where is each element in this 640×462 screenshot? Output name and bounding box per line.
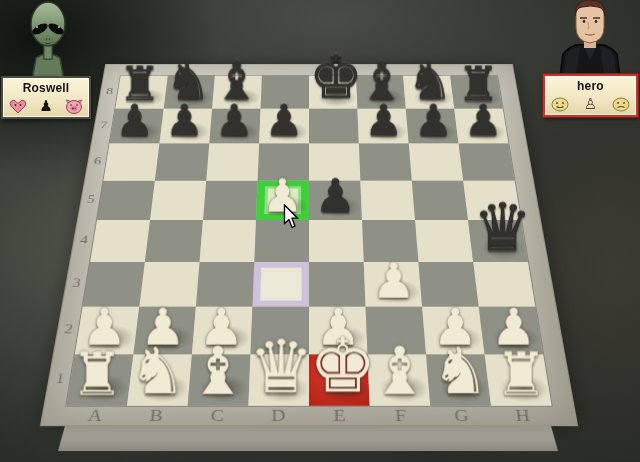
mouse-cursor (283, 204, 300, 229)
game-background: ♜♞♝♚♝♞♜♟♟♟♟♟♟♟♟♟♛♟♟♟♟♟♟♟♜♞♝♛♚♝♞♜ 8765432… (0, 0, 640, 462)
square-d3[interactable] (252, 262, 309, 307)
rank-label-4: 4 (73, 233, 95, 246)
square-f6[interactable] (359, 144, 412, 181)
rank-label-5: 5 (81, 193, 102, 206)
black-queen[interactable]: ♛ (473, 194, 528, 260)
black-pawn-side-icon: ♟ (39, 99, 52, 114)
square-f1[interactable]: ♝ (368, 355, 431, 406)
black-pawn[interactable]: ♟ (409, 99, 459, 142)
square-a5[interactable] (97, 181, 155, 220)
white-pawn-side-icon: ♙ (584, 97, 597, 112)
file-label-H: H (491, 406, 555, 426)
square-f5[interactable] (360, 181, 415, 220)
player-panel-white: hero ♙ (543, 74, 638, 117)
file-label-C: C (186, 406, 248, 426)
white-bishop[interactable]: ♝ (370, 338, 431, 404)
square-e5[interactable]: ♟ (309, 181, 362, 220)
white-rook[interactable]: ♜ (491, 344, 552, 403)
square-a1[interactable]: ♜ (66, 355, 133, 406)
black-pawn[interactable]: ♟ (458, 99, 508, 142)
white-pawn[interactable]: ♟ (365, 256, 421, 305)
file-label-A: A (63, 406, 127, 426)
square-c7[interactable]: ♟ (209, 109, 260, 144)
square-e4[interactable] (309, 220, 364, 262)
square-d7[interactable]: ♟ (259, 109, 309, 144)
black-pawn[interactable]: ♟ (110, 99, 160, 142)
white-knight[interactable]: ♞ (430, 340, 491, 404)
square-g7[interactable]: ♟ (406, 109, 459, 144)
square-c6[interactable] (206, 144, 259, 181)
square-b6[interactable] (155, 144, 209, 181)
square-h7[interactable]: ♟ (454, 109, 508, 144)
black-pawn[interactable]: ♟ (359, 99, 409, 142)
square-a4[interactable] (90, 220, 150, 262)
square-a6[interactable] (103, 144, 159, 181)
square-h4[interactable]: ♛ (468, 220, 528, 262)
player-name-white: hero (545, 79, 636, 93)
square-c1[interactable]: ♝ (188, 355, 251, 406)
chess-board: ♜♞♝♚♝♞♜♟♟♟♟♟♟♟♟♟♛♟♟♟♟♟♟♟♜♞♝♛♚♝♞♜ (66, 76, 551, 406)
square-c5[interactable] (203, 181, 258, 220)
square-b1[interactable]: ♞ (127, 355, 192, 406)
file-label-B: B (125, 406, 188, 426)
file-label-D: D (248, 406, 309, 426)
heart-face-icon (9, 99, 27, 114)
square-d4[interactable] (254, 220, 309, 262)
white-knight[interactable]: ♞ (127, 340, 188, 404)
square-d1[interactable]: ♛ (248, 355, 309, 406)
black-king[interactable]: ♚ (309, 47, 357, 107)
hero-avatar (550, 0, 630, 76)
square-f3[interactable]: ♟ (364, 262, 422, 307)
square-e8[interactable]: ♚ (309, 76, 357, 109)
black-pawn[interactable]: ♟ (209, 99, 259, 142)
frown-face-icon (612, 97, 630, 112)
player-panel-black: Roswell ♟ (1, 76, 91, 119)
white-bishop[interactable]: ♝ (188, 338, 249, 404)
white-queen[interactable]: ♛ (248, 331, 309, 404)
smiley-face-icon (551, 97, 569, 112)
rank-label-3: 3 (65, 276, 87, 290)
square-h6[interactable] (459, 144, 515, 181)
white-king[interactable]: ♚ (309, 328, 370, 403)
square-g1[interactable]: ♞ (426, 355, 491, 406)
rank-label-6: 6 (87, 155, 107, 167)
square-b5[interactable] (150, 181, 206, 220)
square-f7[interactable]: ♟ (357, 109, 408, 144)
white-rook[interactable]: ♜ (67, 344, 128, 403)
square-c4[interactable] (200, 220, 256, 262)
square-b4[interactable] (145, 220, 203, 262)
square-g6[interactable] (409, 144, 463, 181)
square-g5[interactable] (412, 181, 468, 220)
square-e1[interactable]: ♚ (309, 355, 370, 406)
square-g4[interactable] (415, 220, 473, 262)
board-frame: ♜♞♝♚♝♞♜♟♟♟♟♟♟♟♟♟♛♟♟♟♟♟♟♟♜♞♝♛♚♝♞♜ 8765432… (40, 64, 578, 426)
square-e7[interactable] (309, 109, 359, 144)
black-pawn[interactable]: ♟ (160, 99, 210, 142)
square-b7[interactable]: ♟ (159, 109, 212, 144)
player-name-black: Roswell (3, 81, 89, 95)
square-a7[interactable]: ♟ (110, 109, 164, 144)
pig-face-icon (65, 99, 83, 114)
file-label-F: F (370, 406, 432, 426)
file-label-G: G (430, 406, 493, 426)
chess-board-scene: ♜♞♝♚♝♞♜♟♟♟♟♟♟♟♟♟♛♟♟♟♟♟♟♟♜♞♝♛♚♝♞♜ 8765432… (77, 0, 541, 452)
file-label-E: E (309, 406, 370, 426)
square-h1[interactable]: ♜ (485, 355, 552, 406)
black-pawn[interactable]: ♟ (309, 173, 362, 219)
black-pawn[interactable]: ♟ (259, 99, 309, 142)
alien-avatar (16, 0, 80, 80)
